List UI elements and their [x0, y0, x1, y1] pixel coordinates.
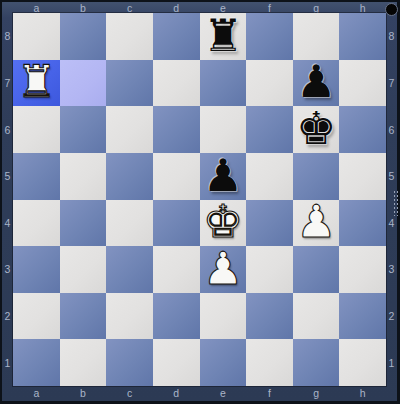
coordinate-label-a: a — [13, 2, 60, 13]
coordinate-label-g: g — [293, 386, 340, 401]
square-d5[interactable] — [153, 153, 200, 200]
square-h7[interactable] — [339, 60, 386, 107]
square-e8[interactable]: ♜ — [200, 13, 247, 60]
splitter-grip-icon[interactable] — [392, 189, 399, 216]
square-c8[interactable] — [106, 13, 153, 60]
square-d1[interactable] — [153, 339, 200, 386]
square-a8[interactable] — [13, 13, 60, 60]
coordinate-label-1: 1 — [2, 339, 13, 386]
square-g4[interactable]: ♟ — [293, 200, 340, 247]
coordinate-label-1: 1 — [386, 339, 397, 386]
coordinate-label-3: 3 — [386, 246, 397, 293]
coordinate-label-c: c — [106, 386, 153, 401]
coordinate-label-c: c — [106, 2, 153, 13]
black-pawn-e5[interactable]: ♟ — [203, 153, 243, 198]
square-a1[interactable] — [13, 339, 60, 386]
square-f1[interactable] — [246, 339, 293, 386]
coordinate-label-b: b — [60, 386, 107, 401]
white-pawn-e3[interactable]: ♟ — [203, 246, 243, 291]
coordinate-label-7: 7 — [2, 60, 13, 107]
coordinate-label-e: e — [200, 2, 247, 13]
coordinate-label-a: a — [13, 386, 60, 401]
coordinate-label-8: 8 — [386, 13, 397, 60]
square-b8[interactable] — [60, 13, 107, 60]
square-g6[interactable]: ♚ — [293, 106, 340, 153]
square-c1[interactable] — [106, 339, 153, 386]
coordinate-label-3: 3 — [2, 246, 13, 293]
square-e6[interactable] — [200, 106, 247, 153]
square-a6[interactable] — [13, 106, 60, 153]
square-e4[interactable]: ♚ — [200, 200, 247, 247]
square-h4[interactable] — [339, 200, 386, 247]
white-pawn-g4[interactable]: ♟ — [296, 200, 336, 245]
coordinate-label-4: 4 — [2, 200, 13, 247]
square-g3[interactable] — [293, 246, 340, 293]
black-rook-e8[interactable]: ♜ — [203, 13, 243, 58]
square-f5[interactable] — [246, 153, 293, 200]
coordinate-label-8: 8 — [2, 13, 13, 60]
square-g2[interactable] — [293, 293, 340, 340]
square-h2[interactable] — [339, 293, 386, 340]
square-b1[interactable] — [60, 339, 107, 386]
square-e2[interactable] — [200, 293, 247, 340]
chess-board[interactable]: ♜♜♟♚♟♚♟♟ — [13, 13, 386, 386]
square-d7[interactable] — [153, 60, 200, 107]
square-h1[interactable] — [339, 339, 386, 386]
square-d4[interactable] — [153, 200, 200, 247]
coordinate-label-6: 6 — [2, 106, 13, 153]
coordinate-label-5: 5 — [2, 153, 13, 200]
square-f7[interactable] — [246, 60, 293, 107]
square-a3[interactable] — [13, 246, 60, 293]
square-h3[interactable] — [339, 246, 386, 293]
square-d6[interactable] — [153, 106, 200, 153]
square-b7[interactable] — [60, 60, 107, 107]
board-frame: abcdefgh abcdefgh 87654321 87654321 ♜♜♟♚… — [2, 2, 397, 401]
coordinate-label-7: 7 — [386, 60, 397, 107]
square-b6[interactable] — [60, 106, 107, 153]
square-c4[interactable] — [106, 200, 153, 247]
square-b3[interactable] — [60, 246, 107, 293]
coordinate-label-b: b — [60, 2, 107, 13]
file-labels-top: abcdefgh — [13, 2, 386, 13]
square-a2[interactable] — [13, 293, 60, 340]
square-b4[interactable] — [60, 200, 107, 247]
square-h6[interactable] — [339, 106, 386, 153]
square-f4[interactable] — [246, 200, 293, 247]
square-e1[interactable] — [200, 339, 247, 386]
square-c2[interactable] — [106, 293, 153, 340]
rank-labels-left: 87654321 — [2, 13, 13, 386]
square-f2[interactable] — [246, 293, 293, 340]
square-b2[interactable] — [60, 293, 107, 340]
square-b5[interactable] — [60, 153, 107, 200]
coordinate-label-h: h — [339, 386, 386, 401]
square-e7[interactable] — [200, 60, 247, 107]
coordinate-label-d: d — [153, 386, 200, 401]
square-d2[interactable] — [153, 293, 200, 340]
square-a5[interactable] — [13, 153, 60, 200]
square-a4[interactable] — [13, 200, 60, 247]
chess-board-window: { "game": "chess", "position": { "fen": … — [0, 0, 400, 404]
square-f8[interactable] — [246, 13, 293, 60]
coordinate-label-6: 6 — [386, 106, 397, 153]
coordinate-label-2: 2 — [386, 293, 397, 340]
square-g5[interactable] — [293, 153, 340, 200]
square-d3[interactable] — [153, 246, 200, 293]
coordinate-label-h: h — [339, 2, 386, 13]
white-rook-a7[interactable]: ♜ — [16, 60, 56, 105]
coordinate-label-e: e — [200, 386, 247, 401]
square-g8[interactable] — [293, 13, 340, 60]
square-e3[interactable]: ♟ — [200, 246, 247, 293]
side-to-move-indicator-black — [385, 3, 398, 16]
coordinate-label-2: 2 — [2, 293, 13, 340]
black-pawn-g7[interactable]: ♟ — [296, 60, 336, 105]
square-c6[interactable] — [106, 106, 153, 153]
coordinate-label-f: f — [246, 386, 293, 401]
square-h8[interactable] — [339, 13, 386, 60]
coordinate-label-g: g — [293, 2, 340, 13]
square-e5[interactable]: ♟ — [200, 153, 247, 200]
square-f6[interactable] — [246, 106, 293, 153]
square-c7[interactable] — [106, 60, 153, 107]
square-g7[interactable]: ♟ — [293, 60, 340, 107]
square-h5[interactable] — [339, 153, 386, 200]
coordinate-label-f: f — [246, 2, 293, 13]
coordinate-label-d: d — [153, 2, 200, 13]
white-king-e4[interactable]: ♚ — [203, 200, 243, 245]
square-d8[interactable] — [153, 13, 200, 60]
square-c5[interactable] — [106, 153, 153, 200]
square-g1[interactable] — [293, 339, 340, 386]
black-king-g6[interactable]: ♚ — [296, 106, 336, 151]
square-f3[interactable] — [246, 246, 293, 293]
square-a7[interactable]: ♜ — [13, 60, 60, 107]
file-labels-bottom: abcdefgh — [13, 386, 386, 401]
square-c3[interactable] — [106, 246, 153, 293]
